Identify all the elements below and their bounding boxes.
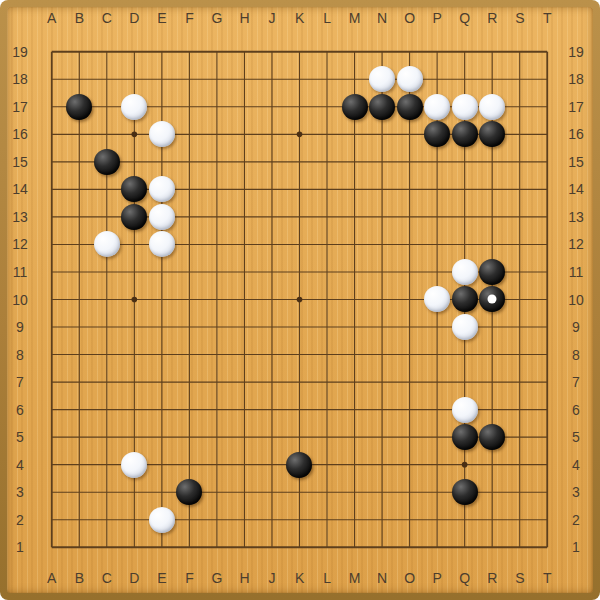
intersection-N19[interactable] bbox=[368, 38, 396, 66]
intersection-F17[interactable] bbox=[176, 93, 204, 121]
intersection-S14[interactable] bbox=[506, 176, 534, 204]
intersection-Q6[interactable] bbox=[451, 396, 479, 424]
intersection-P15[interactable] bbox=[423, 148, 451, 176]
intersection-B11[interactable] bbox=[66, 258, 94, 286]
intersection-L9[interactable] bbox=[313, 313, 341, 341]
intersection-C12[interactable] bbox=[93, 231, 121, 259]
intersection-B14[interactable] bbox=[66, 176, 94, 204]
intersection-Q2[interactable] bbox=[451, 506, 479, 534]
intersection-K18[interactable] bbox=[286, 66, 314, 94]
intersection-F15[interactable] bbox=[176, 148, 204, 176]
intersection-A4[interactable] bbox=[38, 451, 66, 479]
intersection-A17[interactable] bbox=[38, 93, 66, 121]
intersection-E13[interactable] bbox=[148, 203, 176, 231]
intersection-A2[interactable] bbox=[38, 506, 66, 534]
intersection-T3[interactable] bbox=[533, 478, 561, 506]
intersection-T8[interactable] bbox=[533, 341, 561, 369]
intersection-D1[interactable] bbox=[121, 533, 149, 561]
intersection-O6[interactable] bbox=[396, 396, 424, 424]
intersection-O8[interactable] bbox=[396, 341, 424, 369]
intersection-L7[interactable] bbox=[313, 368, 341, 396]
intersection-D5[interactable] bbox=[121, 423, 149, 451]
intersection-E14[interactable] bbox=[148, 176, 176, 204]
intersection-D2[interactable] bbox=[121, 506, 149, 534]
intersection-P5[interactable] bbox=[423, 423, 451, 451]
intersection-H4[interactable] bbox=[231, 451, 259, 479]
intersection-L3[interactable] bbox=[313, 478, 341, 506]
intersection-C9[interactable] bbox=[93, 313, 121, 341]
intersection-B5[interactable] bbox=[66, 423, 94, 451]
intersection-N16[interactable] bbox=[368, 121, 396, 149]
intersection-S19[interactable] bbox=[506, 38, 534, 66]
intersection-P11[interactable] bbox=[423, 258, 451, 286]
intersection-F14[interactable] bbox=[176, 176, 204, 204]
intersection-G14[interactable] bbox=[203, 176, 231, 204]
intersection-F18[interactable] bbox=[176, 66, 204, 94]
intersection-T15[interactable] bbox=[533, 148, 561, 176]
intersection-B15[interactable] bbox=[66, 148, 94, 176]
intersection-G19[interactable] bbox=[203, 38, 231, 66]
intersection-F16[interactable] bbox=[176, 121, 204, 149]
intersection-L14[interactable] bbox=[313, 176, 341, 204]
intersection-T11[interactable] bbox=[533, 258, 561, 286]
intersection-A19[interactable] bbox=[38, 38, 66, 66]
intersection-B17[interactable] bbox=[66, 93, 94, 121]
intersection-T4[interactable] bbox=[533, 451, 561, 479]
intersection-C3[interactable] bbox=[93, 478, 121, 506]
intersection-R16[interactable] bbox=[478, 121, 506, 149]
intersection-E6[interactable] bbox=[148, 396, 176, 424]
intersection-A13[interactable] bbox=[38, 203, 66, 231]
intersection-P9[interactable] bbox=[423, 313, 451, 341]
intersection-Q14[interactable] bbox=[451, 176, 479, 204]
intersection-J5[interactable] bbox=[258, 423, 286, 451]
intersection-G11[interactable] bbox=[203, 258, 231, 286]
intersection-N8[interactable] bbox=[368, 341, 396, 369]
intersection-K1[interactable] bbox=[286, 533, 314, 561]
intersection-J16[interactable] bbox=[258, 121, 286, 149]
intersection-D14[interactable] bbox=[121, 176, 149, 204]
intersection-D19[interactable] bbox=[121, 38, 149, 66]
intersection-H11[interactable] bbox=[231, 258, 259, 286]
intersection-F12[interactable] bbox=[176, 231, 204, 259]
intersection-F5[interactable] bbox=[176, 423, 204, 451]
intersection-J7[interactable] bbox=[258, 368, 286, 396]
intersection-K16[interactable] bbox=[286, 121, 314, 149]
intersection-P2[interactable] bbox=[423, 506, 451, 534]
intersection-J11[interactable] bbox=[258, 258, 286, 286]
intersection-F11[interactable] bbox=[176, 258, 204, 286]
intersection-J9[interactable] bbox=[258, 313, 286, 341]
intersection-B19[interactable] bbox=[66, 38, 94, 66]
intersection-M17[interactable] bbox=[341, 93, 369, 121]
intersection-M7[interactable] bbox=[341, 368, 369, 396]
intersection-G18[interactable] bbox=[203, 66, 231, 94]
intersection-M16[interactable] bbox=[341, 121, 369, 149]
intersection-G10[interactable] bbox=[203, 286, 231, 314]
intersection-H15[interactable] bbox=[231, 148, 259, 176]
intersection-Q1[interactable] bbox=[451, 533, 479, 561]
intersection-G16[interactable] bbox=[203, 121, 231, 149]
intersection-Q18[interactable] bbox=[451, 66, 479, 94]
intersection-Q19[interactable] bbox=[451, 38, 479, 66]
intersection-D17[interactable] bbox=[121, 93, 149, 121]
intersection-L17[interactable] bbox=[313, 93, 341, 121]
intersection-O18[interactable] bbox=[396, 66, 424, 94]
intersection-C15[interactable] bbox=[93, 148, 121, 176]
intersection-A9[interactable] bbox=[38, 313, 66, 341]
intersection-R9[interactable] bbox=[478, 313, 506, 341]
intersection-E4[interactable] bbox=[148, 451, 176, 479]
intersection-R18[interactable] bbox=[478, 66, 506, 94]
intersection-E7[interactable] bbox=[148, 368, 176, 396]
intersection-Q15[interactable] bbox=[451, 148, 479, 176]
intersection-H10[interactable] bbox=[231, 286, 259, 314]
intersection-H18[interactable] bbox=[231, 66, 259, 94]
intersection-C4[interactable] bbox=[93, 451, 121, 479]
intersection-L12[interactable] bbox=[313, 231, 341, 259]
intersection-N3[interactable] bbox=[368, 478, 396, 506]
intersection-J3[interactable] bbox=[258, 478, 286, 506]
intersection-P1[interactable] bbox=[423, 533, 451, 561]
intersection-J10[interactable] bbox=[258, 286, 286, 314]
intersection-G7[interactable] bbox=[203, 368, 231, 396]
intersection-H13[interactable] bbox=[231, 203, 259, 231]
intersection-G2[interactable] bbox=[203, 506, 231, 534]
intersection-N6[interactable] bbox=[368, 396, 396, 424]
intersection-D16[interactable] bbox=[121, 121, 149, 149]
intersection-S1[interactable] bbox=[506, 533, 534, 561]
intersection-H9[interactable] bbox=[231, 313, 259, 341]
intersection-O14[interactable] bbox=[396, 176, 424, 204]
intersection-O7[interactable] bbox=[396, 368, 424, 396]
intersection-S3[interactable] bbox=[506, 478, 534, 506]
intersection-P14[interactable] bbox=[423, 176, 451, 204]
intersection-N10[interactable] bbox=[368, 286, 396, 314]
intersection-E15[interactable] bbox=[148, 148, 176, 176]
intersection-N2[interactable] bbox=[368, 506, 396, 534]
intersection-E12[interactable] bbox=[148, 231, 176, 259]
intersection-R11[interactable] bbox=[478, 258, 506, 286]
intersection-C16[interactable] bbox=[93, 121, 121, 149]
intersection-B1[interactable] bbox=[66, 533, 94, 561]
intersection-R6[interactable] bbox=[478, 396, 506, 424]
intersection-R1[interactable] bbox=[478, 533, 506, 561]
intersection-B9[interactable] bbox=[66, 313, 94, 341]
intersection-F9[interactable] bbox=[176, 313, 204, 341]
intersection-M14[interactable] bbox=[341, 176, 369, 204]
intersection-J15[interactable] bbox=[258, 148, 286, 176]
intersection-N9[interactable] bbox=[368, 313, 396, 341]
intersection-D3[interactable] bbox=[121, 478, 149, 506]
intersection-K19[interactable] bbox=[286, 38, 314, 66]
intersection-G8[interactable] bbox=[203, 341, 231, 369]
intersection-N5[interactable] bbox=[368, 423, 396, 451]
intersection-J12[interactable] bbox=[258, 231, 286, 259]
intersection-P12[interactable] bbox=[423, 231, 451, 259]
intersection-C19[interactable] bbox=[93, 38, 121, 66]
intersection-S6[interactable] bbox=[506, 396, 534, 424]
intersection-H8[interactable] bbox=[231, 341, 259, 369]
intersection-K2[interactable] bbox=[286, 506, 314, 534]
intersection-Q13[interactable] bbox=[451, 203, 479, 231]
intersection-O16[interactable] bbox=[396, 121, 424, 149]
intersection-M15[interactable] bbox=[341, 148, 369, 176]
intersection-J14[interactable] bbox=[258, 176, 286, 204]
intersection-H3[interactable] bbox=[231, 478, 259, 506]
intersection-M1[interactable] bbox=[341, 533, 369, 561]
intersection-Q10[interactable] bbox=[451, 286, 479, 314]
intersection-M4[interactable] bbox=[341, 451, 369, 479]
intersection-L8[interactable] bbox=[313, 341, 341, 369]
intersection-J8[interactable] bbox=[258, 341, 286, 369]
intersection-G17[interactable] bbox=[203, 93, 231, 121]
intersection-Q9[interactable] bbox=[451, 313, 479, 341]
intersection-F2[interactable] bbox=[176, 506, 204, 534]
intersection-F7[interactable] bbox=[176, 368, 204, 396]
intersection-B4[interactable] bbox=[66, 451, 94, 479]
intersection-R10[interactable] bbox=[478, 286, 506, 314]
intersection-H16[interactable] bbox=[231, 121, 259, 149]
intersection-O5[interactable] bbox=[396, 423, 424, 451]
intersection-K9[interactable] bbox=[286, 313, 314, 341]
intersection-R19[interactable] bbox=[478, 38, 506, 66]
intersection-L5[interactable] bbox=[313, 423, 341, 451]
intersection-T10[interactable] bbox=[533, 286, 561, 314]
intersection-B13[interactable] bbox=[66, 203, 94, 231]
intersection-S2[interactable] bbox=[506, 506, 534, 534]
intersection-C6[interactable] bbox=[93, 396, 121, 424]
intersection-P13[interactable] bbox=[423, 203, 451, 231]
intersection-C11[interactable] bbox=[93, 258, 121, 286]
intersection-C13[interactable] bbox=[93, 203, 121, 231]
intersection-E10[interactable] bbox=[148, 286, 176, 314]
intersection-S10[interactable] bbox=[506, 286, 534, 314]
intersection-H2[interactable] bbox=[231, 506, 259, 534]
intersection-J13[interactable] bbox=[258, 203, 286, 231]
intersection-E5[interactable] bbox=[148, 423, 176, 451]
intersection-P8[interactable] bbox=[423, 341, 451, 369]
intersection-A18[interactable] bbox=[38, 66, 66, 94]
intersection-M12[interactable] bbox=[341, 231, 369, 259]
intersection-J6[interactable] bbox=[258, 396, 286, 424]
intersection-Q17[interactable] bbox=[451, 93, 479, 121]
intersection-R3[interactable] bbox=[478, 478, 506, 506]
intersection-D10[interactable] bbox=[121, 286, 149, 314]
intersection-N11[interactable] bbox=[368, 258, 396, 286]
intersection-L15[interactable] bbox=[313, 148, 341, 176]
intersection-N4[interactable] bbox=[368, 451, 396, 479]
intersection-O3[interactable] bbox=[396, 478, 424, 506]
intersection-J4[interactable] bbox=[258, 451, 286, 479]
intersection-A1[interactable] bbox=[38, 533, 66, 561]
intersection-K8[interactable] bbox=[286, 341, 314, 369]
intersection-L18[interactable] bbox=[313, 66, 341, 94]
intersection-C5[interactable] bbox=[93, 423, 121, 451]
intersection-G9[interactable] bbox=[203, 313, 231, 341]
intersection-H14[interactable] bbox=[231, 176, 259, 204]
intersection-T9[interactable] bbox=[533, 313, 561, 341]
intersection-H17[interactable] bbox=[231, 93, 259, 121]
intersection-K15[interactable] bbox=[286, 148, 314, 176]
intersection-L13[interactable] bbox=[313, 203, 341, 231]
intersection-J2[interactable] bbox=[258, 506, 286, 534]
intersection-R15[interactable] bbox=[478, 148, 506, 176]
intersection-D4[interactable] bbox=[121, 451, 149, 479]
intersection-G3[interactable] bbox=[203, 478, 231, 506]
intersection-Q5[interactable] bbox=[451, 423, 479, 451]
intersection-O1[interactable] bbox=[396, 533, 424, 561]
intersection-F19[interactable] bbox=[176, 38, 204, 66]
intersection-F6[interactable] bbox=[176, 396, 204, 424]
intersection-H6[interactable] bbox=[231, 396, 259, 424]
intersection-R12[interactable] bbox=[478, 231, 506, 259]
intersection-N7[interactable] bbox=[368, 368, 396, 396]
intersection-Q8[interactable] bbox=[451, 341, 479, 369]
intersection-T18[interactable] bbox=[533, 66, 561, 94]
intersection-S9[interactable] bbox=[506, 313, 534, 341]
intersection-P7[interactable] bbox=[423, 368, 451, 396]
intersection-O9[interactable] bbox=[396, 313, 424, 341]
intersection-L2[interactable] bbox=[313, 506, 341, 534]
intersection-D12[interactable] bbox=[121, 231, 149, 259]
intersection-P3[interactable] bbox=[423, 478, 451, 506]
intersection-B12[interactable] bbox=[66, 231, 94, 259]
intersection-M6[interactable] bbox=[341, 396, 369, 424]
intersection-T12[interactable] bbox=[533, 231, 561, 259]
intersection-K13[interactable] bbox=[286, 203, 314, 231]
intersection-K10[interactable] bbox=[286, 286, 314, 314]
intersection-P18[interactable] bbox=[423, 66, 451, 94]
intersection-E17[interactable] bbox=[148, 93, 176, 121]
intersection-O4[interactable] bbox=[396, 451, 424, 479]
intersection-P19[interactable] bbox=[423, 38, 451, 66]
intersection-P4[interactable] bbox=[423, 451, 451, 479]
intersection-K14[interactable] bbox=[286, 176, 314, 204]
intersection-C2[interactable] bbox=[93, 506, 121, 534]
intersection-P6[interactable] bbox=[423, 396, 451, 424]
intersection-Q16[interactable] bbox=[451, 121, 479, 149]
intersection-R14[interactable] bbox=[478, 176, 506, 204]
intersection-N14[interactable] bbox=[368, 176, 396, 204]
intersection-A6[interactable] bbox=[38, 396, 66, 424]
intersection-O10[interactable] bbox=[396, 286, 424, 314]
intersection-A14[interactable] bbox=[38, 176, 66, 204]
intersection-T2[interactable] bbox=[533, 506, 561, 534]
intersection-K3[interactable] bbox=[286, 478, 314, 506]
intersection-R13[interactable] bbox=[478, 203, 506, 231]
intersection-K17[interactable] bbox=[286, 93, 314, 121]
intersection-C17[interactable] bbox=[93, 93, 121, 121]
intersection-R5[interactable] bbox=[478, 423, 506, 451]
intersection-C14[interactable] bbox=[93, 176, 121, 204]
intersection-K4[interactable] bbox=[286, 451, 314, 479]
intersection-B3[interactable] bbox=[66, 478, 94, 506]
intersection-T14[interactable] bbox=[533, 176, 561, 204]
intersection-M10[interactable] bbox=[341, 286, 369, 314]
intersection-O15[interactable] bbox=[396, 148, 424, 176]
intersection-G1[interactable] bbox=[203, 533, 231, 561]
intersection-D11[interactable] bbox=[121, 258, 149, 286]
intersection-O19[interactable] bbox=[396, 38, 424, 66]
intersection-L16[interactable] bbox=[313, 121, 341, 149]
intersection-A8[interactable] bbox=[38, 341, 66, 369]
intersection-B6[interactable] bbox=[66, 396, 94, 424]
intersection-E8[interactable] bbox=[148, 341, 176, 369]
intersection-G5[interactable] bbox=[203, 423, 231, 451]
intersection-M2[interactable] bbox=[341, 506, 369, 534]
intersection-S7[interactable] bbox=[506, 368, 534, 396]
intersection-A11[interactable] bbox=[38, 258, 66, 286]
intersection-E18[interactable] bbox=[148, 66, 176, 94]
intersection-O11[interactable] bbox=[396, 258, 424, 286]
intersection-B18[interactable] bbox=[66, 66, 94, 94]
intersection-T5[interactable] bbox=[533, 423, 561, 451]
intersection-D13[interactable] bbox=[121, 203, 149, 231]
intersection-F4[interactable] bbox=[176, 451, 204, 479]
intersection-L10[interactable] bbox=[313, 286, 341, 314]
intersection-M11[interactable] bbox=[341, 258, 369, 286]
intersection-B16[interactable] bbox=[66, 121, 94, 149]
intersection-F8[interactable] bbox=[176, 341, 204, 369]
intersection-L1[interactable] bbox=[313, 533, 341, 561]
intersection-A7[interactable] bbox=[38, 368, 66, 396]
intersection-L11[interactable] bbox=[313, 258, 341, 286]
intersection-D8[interactable] bbox=[121, 341, 149, 369]
intersection-R7[interactable] bbox=[478, 368, 506, 396]
intersection-S8[interactable] bbox=[506, 341, 534, 369]
intersection-T6[interactable] bbox=[533, 396, 561, 424]
intersection-O13[interactable] bbox=[396, 203, 424, 231]
intersection-P17[interactable] bbox=[423, 93, 451, 121]
intersection-K11[interactable] bbox=[286, 258, 314, 286]
intersection-A12[interactable] bbox=[38, 231, 66, 259]
intersection-L4[interactable] bbox=[313, 451, 341, 479]
intersection-S4[interactable] bbox=[506, 451, 534, 479]
intersection-R8[interactable] bbox=[478, 341, 506, 369]
intersection-K7[interactable] bbox=[286, 368, 314, 396]
intersection-S13[interactable] bbox=[506, 203, 534, 231]
intersection-E2[interactable] bbox=[148, 506, 176, 534]
intersection-K12[interactable] bbox=[286, 231, 314, 259]
intersection-B7[interactable] bbox=[66, 368, 94, 396]
intersection-O12[interactable] bbox=[396, 231, 424, 259]
intersection-S17[interactable] bbox=[506, 93, 534, 121]
intersection-Q7[interactable] bbox=[451, 368, 479, 396]
intersection-F1[interactable] bbox=[176, 533, 204, 561]
intersection-B8[interactable] bbox=[66, 341, 94, 369]
intersection-A5[interactable] bbox=[38, 423, 66, 451]
intersection-G15[interactable] bbox=[203, 148, 231, 176]
intersection-D9[interactable] bbox=[121, 313, 149, 341]
intersection-H7[interactable] bbox=[231, 368, 259, 396]
intersection-B2[interactable] bbox=[66, 506, 94, 534]
intersection-E9[interactable] bbox=[148, 313, 176, 341]
intersection-H19[interactable] bbox=[231, 38, 259, 66]
intersection-D15[interactable] bbox=[121, 148, 149, 176]
intersection-S15[interactable] bbox=[506, 148, 534, 176]
intersection-N1[interactable] bbox=[368, 533, 396, 561]
intersection-E16[interactable] bbox=[148, 121, 176, 149]
intersection-M5[interactable] bbox=[341, 423, 369, 451]
intersection-M19[interactable] bbox=[341, 38, 369, 66]
intersection-N12[interactable] bbox=[368, 231, 396, 259]
intersection-T17[interactable] bbox=[533, 93, 561, 121]
intersection-S11[interactable] bbox=[506, 258, 534, 286]
intersection-C8[interactable] bbox=[93, 341, 121, 369]
intersection-S16[interactable] bbox=[506, 121, 534, 149]
intersection-L6[interactable] bbox=[313, 396, 341, 424]
